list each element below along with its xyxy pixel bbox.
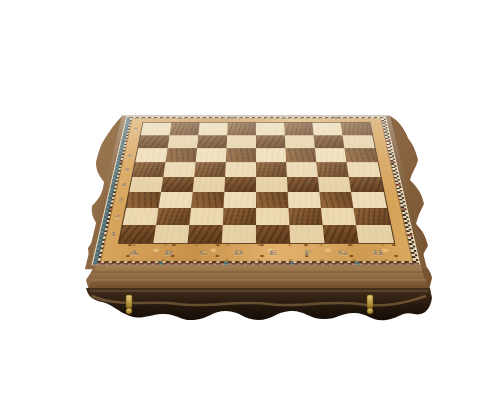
square-c5	[194, 162, 226, 177]
square-g2	[321, 208, 356, 225]
square-c1	[187, 225, 222, 243]
file-labels: ABCDEFGH	[116, 246, 397, 257]
brass-latch-right	[367, 295, 373, 314]
file-label-h: H	[360, 248, 396, 256]
square-b5	[163, 162, 195, 177]
burl-border: ABCDEFGH 87654321	[100, 118, 413, 261]
square-e8	[256, 123, 285, 136]
square-e3	[256, 192, 289, 208]
square-d1	[222, 225, 256, 243]
square-b6	[165, 148, 197, 162]
square-a3	[126, 192, 161, 208]
file-label-e: E	[256, 248, 291, 256]
square-h3	[351, 192, 386, 208]
square-h6	[345, 148, 377, 162]
square-b7	[167, 135, 198, 148]
file-label-b: B	[151, 248, 187, 256]
square-d7	[226, 135, 256, 148]
square-a4	[129, 177, 163, 192]
square-e1	[256, 225, 290, 243]
square-d6	[226, 148, 256, 162]
board-face: ABCDEFGH 87654321	[85, 116, 427, 270]
brass-latch-left	[126, 295, 132, 314]
square-h1	[356, 225, 393, 243]
square-h7	[343, 135, 375, 148]
square-h8	[341, 123, 372, 136]
square-g3	[320, 192, 354, 208]
file-label-f: F	[291, 248, 326, 256]
square-f4	[287, 177, 320, 192]
square-e7	[256, 135, 286, 148]
square-h2	[354, 208, 390, 225]
square-b3	[158, 192, 192, 208]
square-c8	[198, 123, 228, 136]
file-label-a: A	[116, 248, 152, 256]
product-photo: ABCDEFGH 87654321	[0, 0, 500, 400]
square-d8	[227, 123, 256, 136]
square-c6	[195, 148, 226, 162]
square-d5	[225, 162, 256, 177]
square-d4	[224, 177, 256, 192]
square-g6	[315, 148, 347, 162]
square-f6	[286, 148, 317, 162]
square-e5	[256, 162, 287, 177]
square-c7	[197, 135, 227, 148]
square-g8	[313, 123, 343, 136]
square-a7	[138, 135, 170, 148]
square-c3	[191, 192, 224, 208]
square-e6	[256, 148, 286, 162]
mosaic-inlay-border: ABCDEFGH 87654321	[91, 116, 420, 265]
square-g7	[314, 135, 345, 148]
square-b1	[153, 225, 189, 243]
file-label-d: D	[221, 248, 256, 256]
square-f3	[288, 192, 321, 208]
square-d2	[223, 208, 256, 225]
square-e4	[256, 177, 288, 192]
file-label-g: G	[325, 248, 361, 256]
lid-front-bevel	[88, 266, 428, 290]
square-g4	[318, 177, 351, 192]
square-c2	[189, 208, 223, 225]
square-h5	[347, 162, 380, 177]
square-a6	[135, 148, 167, 162]
square-f2	[289, 208, 323, 225]
square-f7	[285, 135, 315, 148]
square-b2	[156, 208, 191, 225]
square-g1	[323, 225, 359, 243]
square-b4	[161, 177, 194, 192]
square-f8	[284, 123, 314, 136]
square-c4	[192, 177, 225, 192]
square-d3	[223, 192, 256, 208]
square-a1	[119, 225, 156, 243]
square-a8	[140, 123, 171, 136]
square-a2	[122, 208, 158, 225]
square-b8	[169, 123, 199, 136]
square-f5	[286, 162, 318, 177]
square-h4	[349, 177, 383, 192]
case-front	[78, 258, 438, 338]
chess-grid	[117, 122, 394, 243]
square-f1	[289, 225, 324, 243]
square-g5	[317, 162, 349, 177]
file-label-c: C	[186, 248, 221, 256]
square-e2	[256, 208, 289, 225]
square-a5	[132, 162, 165, 177]
